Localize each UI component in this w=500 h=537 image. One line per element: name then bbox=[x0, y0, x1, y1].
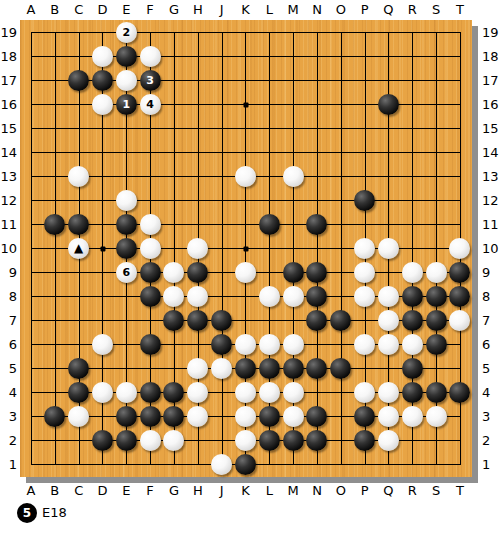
white-stone-E4[interactable] bbox=[116, 382, 137, 403]
board-point-O17[interactable] bbox=[329, 68, 353, 92]
board-point-B2[interactable] bbox=[43, 428, 67, 452]
board-point-D14[interactable] bbox=[91, 140, 115, 164]
board-point-G16[interactable] bbox=[162, 92, 186, 116]
board-point-G9[interactable] bbox=[162, 260, 186, 284]
board-point-Q13[interactable] bbox=[377, 164, 401, 188]
board-point-J2[interactable] bbox=[210, 428, 234, 452]
black-stone-C4[interactable] bbox=[68, 382, 89, 403]
board-point-M7[interactable] bbox=[281, 308, 305, 332]
white-stone-M3[interactable] bbox=[283, 406, 304, 427]
black-stone-C17[interactable] bbox=[68, 70, 89, 91]
black-stone-G3[interactable] bbox=[163, 406, 184, 427]
board-point-H18[interactable] bbox=[186, 44, 210, 68]
black-stone-C5[interactable] bbox=[68, 358, 89, 379]
board-point-M4[interactable] bbox=[281, 380, 305, 404]
board-point-J8[interactable] bbox=[210, 284, 234, 308]
black-stone-M9[interactable] bbox=[283, 262, 304, 283]
board-point-P3[interactable] bbox=[353, 404, 377, 428]
board-point-F4[interactable] bbox=[138, 380, 162, 404]
board-point-J7[interactable] bbox=[210, 308, 234, 332]
board-point-E6[interactable] bbox=[114, 332, 138, 356]
board-point-Q19[interactable] bbox=[377, 20, 401, 44]
board-point-M6[interactable] bbox=[281, 332, 305, 356]
black-stone-J7[interactable] bbox=[211, 310, 232, 331]
board-point-E4[interactable] bbox=[114, 380, 138, 404]
board-point-D8[interactable] bbox=[91, 284, 115, 308]
board-point-L3[interactable] bbox=[257, 404, 281, 428]
black-stone-E11[interactable] bbox=[116, 214, 137, 235]
board-point-J10[interactable] bbox=[210, 236, 234, 260]
board-point-Q2[interactable] bbox=[377, 428, 401, 452]
board-point-F3[interactable] bbox=[138, 404, 162, 428]
board-point-J16[interactable] bbox=[210, 92, 234, 116]
board-point-S7[interactable] bbox=[424, 308, 448, 332]
board-point-T5[interactable] bbox=[448, 356, 472, 380]
board-point-T1[interactable] bbox=[448, 452, 472, 476]
black-stone-P12[interactable] bbox=[354, 190, 375, 211]
board-point-D10[interactable] bbox=[91, 236, 115, 260]
black-stone-B3[interactable] bbox=[44, 406, 65, 427]
white-stone-F16[interactable]: 4 bbox=[140, 94, 161, 115]
board-point-F2[interactable] bbox=[138, 428, 162, 452]
board-point-J12[interactable] bbox=[210, 188, 234, 212]
board-point-H1[interactable] bbox=[186, 452, 210, 476]
board-point-H12[interactable] bbox=[186, 188, 210, 212]
board-point-P11[interactable] bbox=[353, 212, 377, 236]
board-point-Q7[interactable] bbox=[377, 308, 401, 332]
board-point-S11[interactable] bbox=[424, 212, 448, 236]
board-point-C8[interactable] bbox=[67, 284, 91, 308]
board-point-C12[interactable] bbox=[67, 188, 91, 212]
white-stone-H4[interactable] bbox=[187, 382, 208, 403]
board-point-A16[interactable] bbox=[19, 92, 43, 116]
black-stone-L11[interactable] bbox=[259, 214, 280, 235]
white-stone-D6[interactable] bbox=[92, 334, 113, 355]
board-point-G2[interactable] bbox=[162, 428, 186, 452]
board-point-L2[interactable] bbox=[257, 428, 281, 452]
black-stone-N11[interactable] bbox=[306, 214, 327, 235]
board-point-C7[interactable] bbox=[67, 308, 91, 332]
black-stone-F8[interactable] bbox=[140, 286, 161, 307]
board-point-K5[interactable] bbox=[234, 356, 258, 380]
white-stone-H10[interactable] bbox=[187, 238, 208, 259]
board-point-N9[interactable] bbox=[305, 260, 329, 284]
board-point-H19[interactable] bbox=[186, 20, 210, 44]
board-point-S10[interactable] bbox=[424, 236, 448, 260]
black-stone-M5[interactable] bbox=[283, 358, 304, 379]
board-point-D18[interactable] bbox=[91, 44, 115, 68]
board-point-Q3[interactable] bbox=[377, 404, 401, 428]
board-point-S6[interactable] bbox=[424, 332, 448, 356]
board-point-R7[interactable] bbox=[400, 308, 424, 332]
board-point-G18[interactable] bbox=[162, 44, 186, 68]
white-stone-P9[interactable] bbox=[354, 262, 375, 283]
board-point-T16[interactable] bbox=[448, 92, 472, 116]
board-point-L7[interactable] bbox=[257, 308, 281, 332]
board-point-K17[interactable] bbox=[234, 68, 258, 92]
board-point-J14[interactable] bbox=[210, 140, 234, 164]
white-stone-K6[interactable] bbox=[235, 334, 256, 355]
black-stone-G4[interactable] bbox=[163, 382, 184, 403]
black-stone-S8[interactable] bbox=[426, 286, 447, 307]
board-point-R3[interactable] bbox=[400, 404, 424, 428]
board-point-H13[interactable] bbox=[186, 164, 210, 188]
black-stone-N8[interactable] bbox=[306, 286, 327, 307]
board-point-K2[interactable] bbox=[234, 428, 258, 452]
board-point-T12[interactable] bbox=[448, 188, 472, 212]
board-point-A18[interactable] bbox=[19, 44, 43, 68]
black-stone-S4[interactable] bbox=[426, 382, 447, 403]
white-stone-L6[interactable] bbox=[259, 334, 280, 355]
white-stone-R3[interactable] bbox=[402, 406, 423, 427]
board-point-S2[interactable] bbox=[424, 428, 448, 452]
board-point-K12[interactable] bbox=[234, 188, 258, 212]
board-point-B11[interactable] bbox=[43, 212, 67, 236]
board-point-H11[interactable] bbox=[186, 212, 210, 236]
board-point-R11[interactable] bbox=[400, 212, 424, 236]
white-stone-F10[interactable] bbox=[140, 238, 161, 259]
board-point-M17[interactable] bbox=[281, 68, 305, 92]
board-point-A12[interactable] bbox=[19, 188, 43, 212]
board-point-T10[interactable] bbox=[448, 236, 472, 260]
white-stone-F18[interactable] bbox=[140, 46, 161, 67]
board-point-N13[interactable] bbox=[305, 164, 329, 188]
black-stone-C11[interactable] bbox=[68, 214, 89, 235]
board-point-B8[interactable] bbox=[43, 284, 67, 308]
board-point-A19[interactable] bbox=[19, 20, 43, 44]
black-stone-F3[interactable] bbox=[140, 406, 161, 427]
white-stone-Q3[interactable] bbox=[378, 406, 399, 427]
board-point-P13[interactable] bbox=[353, 164, 377, 188]
board-point-B1[interactable] bbox=[43, 452, 67, 476]
board-point-S19[interactable] bbox=[424, 20, 448, 44]
white-stone-G9[interactable] bbox=[163, 262, 184, 283]
board-point-A2[interactable] bbox=[19, 428, 43, 452]
black-stone-N9[interactable] bbox=[306, 262, 327, 283]
board-point-P4[interactable] bbox=[353, 380, 377, 404]
board-point-C9[interactable] bbox=[67, 260, 91, 284]
board-point-T3[interactable] bbox=[448, 404, 472, 428]
board-point-P16[interactable] bbox=[353, 92, 377, 116]
board-point-E3[interactable] bbox=[114, 404, 138, 428]
board-point-D2[interactable] bbox=[91, 428, 115, 452]
board-point-O10[interactable] bbox=[329, 236, 353, 260]
board-point-S18[interactable] bbox=[424, 44, 448, 68]
black-stone-R5[interactable] bbox=[402, 358, 423, 379]
board-point-Q18[interactable] bbox=[377, 44, 401, 68]
board-point-E1[interactable] bbox=[114, 452, 138, 476]
white-stone-K13[interactable] bbox=[235, 166, 256, 187]
board-point-Q12[interactable] bbox=[377, 188, 401, 212]
board-point-T7[interactable] bbox=[448, 308, 472, 332]
black-stone-N3[interactable] bbox=[306, 406, 327, 427]
black-stone-J6[interactable] bbox=[211, 334, 232, 355]
board-point-S4[interactable] bbox=[424, 380, 448, 404]
black-stone-T4[interactable] bbox=[449, 382, 470, 403]
board-point-S14[interactable] bbox=[424, 140, 448, 164]
black-stone-K1[interactable] bbox=[235, 454, 256, 475]
board-point-O1[interactable] bbox=[329, 452, 353, 476]
board-point-H5[interactable] bbox=[186, 356, 210, 380]
board-point-Q6[interactable] bbox=[377, 332, 401, 356]
board-point-A7[interactable] bbox=[19, 308, 43, 332]
board-point-L12[interactable] bbox=[257, 188, 281, 212]
black-stone-P3[interactable] bbox=[354, 406, 375, 427]
board-point-A4[interactable] bbox=[19, 380, 43, 404]
board-point-D17[interactable] bbox=[91, 68, 115, 92]
board-point-A15[interactable] bbox=[19, 116, 43, 140]
board-point-S17[interactable] bbox=[424, 68, 448, 92]
board-point-H9[interactable] bbox=[186, 260, 210, 284]
board-point-C6[interactable] bbox=[67, 332, 91, 356]
board-point-G7[interactable] bbox=[162, 308, 186, 332]
black-stone-T8[interactable] bbox=[449, 286, 470, 307]
board-point-O13[interactable] bbox=[329, 164, 353, 188]
board-point-T11[interactable] bbox=[448, 212, 472, 236]
board-point-G19[interactable] bbox=[162, 20, 186, 44]
board-point-P1[interactable] bbox=[353, 452, 377, 476]
board-point-R13[interactable] bbox=[400, 164, 424, 188]
board-point-O11[interactable] bbox=[329, 212, 353, 236]
board-point-E16[interactable]: 1 bbox=[114, 92, 138, 116]
black-stone-O7[interactable] bbox=[330, 310, 351, 331]
board-point-C19[interactable] bbox=[67, 20, 91, 44]
white-stone-G8[interactable] bbox=[163, 286, 184, 307]
board-point-B16[interactable] bbox=[43, 92, 67, 116]
board-point-E17[interactable] bbox=[114, 68, 138, 92]
board-point-T15[interactable] bbox=[448, 116, 472, 140]
board-point-R17[interactable] bbox=[400, 68, 424, 92]
board-point-E12[interactable] bbox=[114, 188, 138, 212]
white-stone-P6[interactable] bbox=[354, 334, 375, 355]
white-stone-H5[interactable] bbox=[187, 358, 208, 379]
black-stone-B11[interactable] bbox=[44, 214, 65, 235]
board-point-N7[interactable] bbox=[305, 308, 329, 332]
board-point-L6[interactable] bbox=[257, 332, 281, 356]
board-point-L1[interactable] bbox=[257, 452, 281, 476]
board-point-R4[interactable] bbox=[400, 380, 424, 404]
board-point-E8[interactable] bbox=[114, 284, 138, 308]
board-point-B13[interactable] bbox=[43, 164, 67, 188]
white-stone-R6[interactable] bbox=[402, 334, 423, 355]
board-point-J4[interactable] bbox=[210, 380, 234, 404]
board-point-P2[interactable] bbox=[353, 428, 377, 452]
white-stone-L4[interactable] bbox=[259, 382, 280, 403]
board-point-L15[interactable] bbox=[257, 116, 281, 140]
black-stone-L5[interactable] bbox=[259, 358, 280, 379]
black-stone-R4[interactable] bbox=[402, 382, 423, 403]
board-point-P6[interactable] bbox=[353, 332, 377, 356]
white-stone-M6[interactable] bbox=[283, 334, 304, 355]
board-point-O2[interactable] bbox=[329, 428, 353, 452]
board-point-R15[interactable] bbox=[400, 116, 424, 140]
black-stone-K5[interactable] bbox=[235, 358, 256, 379]
white-stone-C3[interactable] bbox=[68, 406, 89, 427]
board-point-M14[interactable] bbox=[281, 140, 305, 164]
board-point-C11[interactable] bbox=[67, 212, 91, 236]
white-stone-T10[interactable] bbox=[449, 238, 470, 259]
board-point-F9[interactable] bbox=[138, 260, 162, 284]
board-point-Q1[interactable] bbox=[377, 452, 401, 476]
board-point-B12[interactable] bbox=[43, 188, 67, 212]
board-point-D6[interactable] bbox=[91, 332, 115, 356]
board-point-R2[interactable] bbox=[400, 428, 424, 452]
board-point-N12[interactable] bbox=[305, 188, 329, 212]
board-point-A9[interactable] bbox=[19, 260, 43, 284]
board-point-L14[interactable] bbox=[257, 140, 281, 164]
board-point-L11[interactable] bbox=[257, 212, 281, 236]
board-point-B15[interactable] bbox=[43, 116, 67, 140]
board-point-E10[interactable] bbox=[114, 236, 138, 260]
board-point-B3[interactable] bbox=[43, 404, 67, 428]
board-point-D16[interactable] bbox=[91, 92, 115, 116]
board-point-N3[interactable] bbox=[305, 404, 329, 428]
board-point-L10[interactable] bbox=[257, 236, 281, 260]
board-point-M19[interactable] bbox=[281, 20, 305, 44]
board-point-L8[interactable] bbox=[257, 284, 281, 308]
black-stone-F9[interactable] bbox=[140, 262, 161, 283]
board-point-C1[interactable] bbox=[67, 452, 91, 476]
white-stone-K4[interactable] bbox=[235, 382, 256, 403]
board-point-F17[interactable]: 3 bbox=[138, 68, 162, 92]
white-stone-S9[interactable] bbox=[426, 262, 447, 283]
white-stone-D16[interactable] bbox=[92, 94, 113, 115]
board-point-C17[interactable] bbox=[67, 68, 91, 92]
board-point-P14[interactable] bbox=[353, 140, 377, 164]
board-point-Q10[interactable] bbox=[377, 236, 401, 260]
board-point-S3[interactable] bbox=[424, 404, 448, 428]
board-point-M3[interactable] bbox=[281, 404, 305, 428]
board-point-K13[interactable] bbox=[234, 164, 258, 188]
board-point-N1[interactable] bbox=[305, 452, 329, 476]
board-point-F6[interactable] bbox=[138, 332, 162, 356]
board-point-Q11[interactable] bbox=[377, 212, 401, 236]
board-point-N15[interactable] bbox=[305, 116, 329, 140]
board-point-M8[interactable] bbox=[281, 284, 305, 308]
board-point-H7[interactable] bbox=[186, 308, 210, 332]
board-point-D3[interactable] bbox=[91, 404, 115, 428]
board-point-F11[interactable] bbox=[138, 212, 162, 236]
board-point-N6[interactable] bbox=[305, 332, 329, 356]
board-point-D11[interactable] bbox=[91, 212, 115, 236]
board-point-M15[interactable] bbox=[281, 116, 305, 140]
board-point-G11[interactable] bbox=[162, 212, 186, 236]
board-point-G5[interactable] bbox=[162, 356, 186, 380]
board-point-R9[interactable] bbox=[400, 260, 424, 284]
board-point-M16[interactable] bbox=[281, 92, 305, 116]
board-point-R1[interactable] bbox=[400, 452, 424, 476]
board-point-J1[interactable] bbox=[210, 452, 234, 476]
white-stone-Q4[interactable] bbox=[378, 382, 399, 403]
white-stone-Q10[interactable] bbox=[378, 238, 399, 259]
board-point-R6[interactable] bbox=[400, 332, 424, 356]
board-point-M1[interactable] bbox=[281, 452, 305, 476]
white-stone-M4[interactable] bbox=[283, 382, 304, 403]
board-point-Q4[interactable] bbox=[377, 380, 401, 404]
board-point-F10[interactable] bbox=[138, 236, 162, 260]
board-point-F19[interactable] bbox=[138, 20, 162, 44]
board-point-B6[interactable] bbox=[43, 332, 67, 356]
board-point-T9[interactable] bbox=[448, 260, 472, 284]
white-stone-P4[interactable] bbox=[354, 382, 375, 403]
black-stone-N5[interactable] bbox=[306, 358, 327, 379]
board-point-D19[interactable] bbox=[91, 20, 115, 44]
board-point-H16[interactable] bbox=[186, 92, 210, 116]
white-stone-L8[interactable] bbox=[259, 286, 280, 307]
board-point-N16[interactable] bbox=[305, 92, 329, 116]
board-point-J19[interactable] bbox=[210, 20, 234, 44]
board-point-B19[interactable] bbox=[43, 20, 67, 44]
board-point-N17[interactable] bbox=[305, 68, 329, 92]
board-point-H15[interactable] bbox=[186, 116, 210, 140]
board-point-T17[interactable] bbox=[448, 68, 472, 92]
board-point-B17[interactable] bbox=[43, 68, 67, 92]
board-point-P8[interactable] bbox=[353, 284, 377, 308]
board-point-F13[interactable] bbox=[138, 164, 162, 188]
board-point-K18[interactable] bbox=[234, 44, 258, 68]
black-stone-D2[interactable] bbox=[92, 430, 113, 451]
black-stone-L3[interactable] bbox=[259, 406, 280, 427]
board-point-B18[interactable] bbox=[43, 44, 67, 68]
board-point-F5[interactable] bbox=[138, 356, 162, 380]
board-point-A6[interactable] bbox=[19, 332, 43, 356]
black-stone-E18[interactable] bbox=[116, 46, 137, 67]
board-point-A14[interactable] bbox=[19, 140, 43, 164]
board-point-K4[interactable] bbox=[234, 380, 258, 404]
black-stone-P2[interactable] bbox=[354, 430, 375, 451]
board-point-P9[interactable] bbox=[353, 260, 377, 284]
board-point-N14[interactable] bbox=[305, 140, 329, 164]
board-point-L9[interactable] bbox=[257, 260, 281, 284]
board-point-E14[interactable] bbox=[114, 140, 138, 164]
board-point-G3[interactable] bbox=[162, 404, 186, 428]
board-point-Q16[interactable] bbox=[377, 92, 401, 116]
board-point-N2[interactable] bbox=[305, 428, 329, 452]
white-stone-E12[interactable] bbox=[116, 190, 137, 211]
white-stone-R9[interactable] bbox=[402, 262, 423, 283]
black-stone-S7[interactable] bbox=[426, 310, 447, 331]
board-point-K10[interactable] bbox=[234, 236, 258, 260]
board-point-M9[interactable] bbox=[281, 260, 305, 284]
board-point-D9[interactable] bbox=[91, 260, 115, 284]
board-point-O14[interactable] bbox=[329, 140, 353, 164]
white-stone-Q7[interactable] bbox=[378, 310, 399, 331]
board-point-T14[interactable] bbox=[448, 140, 472, 164]
black-stone-M2[interactable] bbox=[283, 430, 304, 451]
black-stone-Q16[interactable] bbox=[378, 94, 399, 115]
board-point-M5[interactable] bbox=[281, 356, 305, 380]
board-point-E15[interactable] bbox=[114, 116, 138, 140]
board-point-H17[interactable] bbox=[186, 68, 210, 92]
board-point-O5[interactable] bbox=[329, 356, 353, 380]
board-point-T18[interactable] bbox=[448, 44, 472, 68]
board-point-D1[interactable] bbox=[91, 452, 115, 476]
board-point-H6[interactable] bbox=[186, 332, 210, 356]
board-point-L5[interactable] bbox=[257, 356, 281, 380]
white-stone-D18[interactable] bbox=[92, 46, 113, 67]
board-point-S15[interactable] bbox=[424, 116, 448, 140]
white-stone-Q2[interactable] bbox=[378, 430, 399, 451]
board-point-G12[interactable] bbox=[162, 188, 186, 212]
board-point-H2[interactable] bbox=[186, 428, 210, 452]
board-point-J17[interactable] bbox=[210, 68, 234, 92]
black-stone-N7[interactable] bbox=[306, 310, 327, 331]
board-point-P15[interactable] bbox=[353, 116, 377, 140]
board-point-L17[interactable] bbox=[257, 68, 281, 92]
board-point-Q9[interactable] bbox=[377, 260, 401, 284]
board-point-T2[interactable] bbox=[448, 428, 472, 452]
black-stone-E10[interactable] bbox=[116, 238, 137, 259]
